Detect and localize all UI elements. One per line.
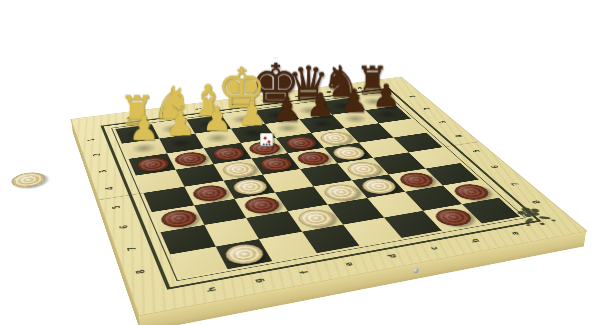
die-pip-dark bbox=[269, 142, 271, 144]
checker-dark-g5[interactable] bbox=[190, 183, 231, 203]
checker-light-c3[interactable] bbox=[316, 130, 355, 146]
die-pip-red bbox=[264, 136, 267, 139]
die-pip-dark bbox=[263, 142, 265, 144]
file-label-front-e: e bbox=[340, 258, 357, 268]
checker-light-c4[interactable] bbox=[329, 144, 369, 161]
hinge-screw bbox=[413, 267, 419, 273]
pieces-layer: ♜♟♞♟♝♟♚♟♚♟♛♟♞♟♜♟ bbox=[115, 93, 520, 277]
white-pawn-glyph: ♟ bbox=[165, 107, 195, 141]
checker-light-c5[interactable] bbox=[343, 160, 385, 178]
table-plane: 1122334455667788hhggffeeddccbbaa ♜♟♞♟♝♟♚… bbox=[0, 65, 600, 325]
rank-label-left-7: 7 bbox=[125, 243, 140, 253]
file-label-front-b: b bbox=[466, 235, 484, 245]
file-label-back-h: h bbox=[124, 115, 135, 121]
checker-light-d6[interactable] bbox=[320, 182, 363, 202]
die-pip-dark bbox=[266, 143, 268, 145]
white-pawn-glyph: ♟ bbox=[202, 102, 232, 136]
checker-light-c6[interactable] bbox=[358, 176, 402, 195]
checker-dark-b6[interactable] bbox=[395, 170, 439, 189]
file-label-front-d: d bbox=[383, 250, 400, 260]
game-board: 1122334455667788hhggffeeddccbbaa ♜♟♞♟♝♟♚… bbox=[71, 77, 586, 315]
rank-label-left-1: 1 bbox=[86, 136, 97, 142]
checker-dark-d3[interactable] bbox=[282, 135, 321, 151]
checker-dark-a7[interactable] bbox=[449, 182, 495, 202]
rank-label-left-8: 8 bbox=[133, 266, 148, 277]
checker-dark-g3[interactable] bbox=[172, 150, 210, 167]
rank-label-left-6: 6 bbox=[117, 222, 131, 231]
die-face bbox=[260, 132, 273, 145]
rank-label-right-6: 6 bbox=[487, 163, 503, 170]
checker-light-f4[interactable] bbox=[219, 160, 259, 178]
rank-label-right-1: 1 bbox=[406, 93, 419, 98]
chess-piece-black-pawn-a2[interactable]: ♟ bbox=[372, 80, 401, 112]
checker-light-g8[interactable] bbox=[222, 241, 269, 266]
rank-label-left-3: 3 bbox=[97, 167, 109, 174]
rank-label-right-5: 5 bbox=[469, 147, 484, 154]
checker-dark-f3[interactable] bbox=[209, 145, 247, 162]
black-pawn-glyph: ♟ bbox=[372, 80, 401, 112]
board-front-edge-face bbox=[139, 230, 586, 325]
chess-piece-white-pawn-f2[interactable]: ♟ bbox=[202, 102, 232, 136]
rank-label-right-3: 3 bbox=[436, 119, 450, 125]
file-label-front-h: h bbox=[203, 283, 219, 294]
rank-label-right-4: 4 bbox=[452, 132, 466, 138]
checker-dark-d4[interactable] bbox=[293, 149, 333, 166]
floral-emblem bbox=[499, 200, 568, 231]
rank-label-left-4: 4 bbox=[103, 184, 116, 192]
checker-light-off-board[interactable] bbox=[10, 170, 47, 189]
file-label-front-f: f bbox=[296, 266, 313, 277]
file-label-front-c: c bbox=[425, 243, 443, 253]
die[interactable] bbox=[260, 132, 273, 145]
checker-light-e7[interactable] bbox=[294, 207, 339, 229]
rank-label-right-7: 7 bbox=[507, 179, 523, 187]
file-label-front-g: g bbox=[250, 275, 267, 286]
file-label-front-a: a bbox=[506, 228, 524, 237]
scene: 1122334455667788hhggffeeddccbbaa ♜♟♞♟♝♟♚… bbox=[0, 0, 600, 325]
chess-piece-white-pawn-g2[interactable]: ♟ bbox=[165, 107, 195, 141]
king-white-finial bbox=[273, 51, 278, 58]
checker-light-f5[interactable] bbox=[230, 177, 271, 196]
checker-dark-b8[interactable] bbox=[430, 206, 478, 228]
rank-label-left-5: 5 bbox=[110, 202, 123, 210]
checker-dark-h6[interactable] bbox=[158, 207, 200, 229]
checker-dark-h3[interactable] bbox=[134, 155, 172, 173]
rank-label-right-2: 2 bbox=[420, 106, 433, 112]
photo-of-chess-checkers-set: 1122334455667788hhggffeeddccbbaa ♜♟♞♟♝♟♚… bbox=[0, 0, 600, 325]
checker-dark-f6[interactable] bbox=[241, 194, 284, 215]
rank-label-left-2: 2 bbox=[91, 151, 103, 158]
